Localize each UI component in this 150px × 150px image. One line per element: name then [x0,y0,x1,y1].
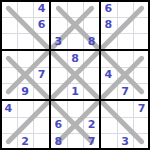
cell-r5c9[interactable] [133,67,150,84]
cell-r8c9[interactable] [133,117,150,134]
cell-r4c3[interactable] [33,50,50,67]
cell-r8c6[interactable]: 2 [83,117,100,134]
cell-r7c2[interactable] [17,100,34,117]
cell-r8c5[interactable] [67,117,84,134]
sudoku-cells: 46683887491747622873 [0,0,150,150]
cell-r2c3[interactable]: 6 [33,17,50,34]
cell-r3c7[interactable] [100,33,117,50]
cell-r6c5[interactable]: 1 [67,83,84,100]
cell-r4c6[interactable] [83,50,100,67]
cell-r2c7[interactable]: 8 [100,17,117,34]
cell-r7c5[interactable] [67,100,84,117]
cell-r3c6[interactable]: 8 [83,33,100,50]
cell-r6c2[interactable]: 9 [17,83,34,100]
cell-r8c7[interactable] [100,117,117,134]
cell-r6c3[interactable] [33,83,50,100]
cell-r7c9[interactable]: 7 [133,100,150,117]
cell-r1c4[interactable] [50,0,67,17]
cell-r1c2[interactable] [17,0,34,17]
sudoku-board: 46683887491747622873 [0,0,150,150]
cell-r9c1[interactable] [0,133,17,150]
cell-r5c3[interactable]: 7 [33,67,50,84]
cell-r4c4[interactable] [50,50,67,67]
cell-r9c5[interactable] [67,133,84,150]
cell-r5c4[interactable] [50,67,67,84]
cell-r2c6[interactable] [83,17,100,34]
cell-r6c7[interactable] [100,83,117,100]
cell-r1c6[interactable] [83,0,100,17]
cell-r4c8[interactable] [117,50,134,67]
cell-r1c7[interactable]: 6 [100,0,117,17]
cell-r2c9[interactable] [133,17,150,34]
cell-r4c2[interactable] [17,50,34,67]
cell-r4c1[interactable] [0,50,17,67]
cell-r7c3[interactable] [33,100,50,117]
cell-r6c4[interactable] [50,83,67,100]
cell-r4c9[interactable] [133,50,150,67]
cell-r3c8[interactable] [117,33,134,50]
cell-r1c9[interactable] [133,0,150,17]
cell-r8c8[interactable] [117,117,134,134]
cell-r2c5[interactable] [67,17,84,34]
cell-r9c2[interactable]: 2 [17,133,34,150]
cell-r4c5[interactable]: 8 [67,50,84,67]
cell-r7c1[interactable]: 4 [0,100,17,117]
cell-r8c3[interactable] [33,117,50,134]
cell-r1c5[interactable] [67,0,84,17]
cell-r1c8[interactable] [117,0,134,17]
cell-r9c4[interactable]: 8 [50,133,67,150]
cell-r3c5[interactable] [67,33,84,50]
cell-r2c2[interactable] [17,17,34,34]
cell-r9c3[interactable] [33,133,50,150]
cell-r4c7[interactable] [100,50,117,67]
cell-r9c8[interactable]: 3 [117,133,134,150]
cell-r6c1[interactable] [0,83,17,100]
cell-r2c4[interactable] [50,17,67,34]
cell-r8c2[interactable] [17,117,34,134]
cell-r9c9[interactable] [133,133,150,150]
cell-r6c8[interactable]: 7 [117,83,134,100]
cell-r3c1[interactable] [0,33,17,50]
cell-r7c6[interactable] [83,100,100,117]
cell-r9c6[interactable]: 7 [83,133,100,150]
cell-r3c4[interactable]: 3 [50,33,67,50]
cell-r5c7[interactable]: 4 [100,67,117,84]
cell-r6c6[interactable] [83,83,100,100]
cell-r1c3[interactable]: 4 [33,0,50,17]
cell-r5c2[interactable] [17,67,34,84]
cell-r6c9[interactable] [133,83,150,100]
cell-r7c7[interactable] [100,100,117,117]
cell-r5c5[interactable] [67,67,84,84]
cell-r3c9[interactable] [133,33,150,50]
cell-r7c4[interactable] [50,100,67,117]
cell-r1c1[interactable] [0,0,17,17]
cell-r7c8[interactable] [117,100,134,117]
cell-r2c1[interactable] [0,17,17,34]
cell-r8c4[interactable]: 6 [50,117,67,134]
cell-r5c6[interactable] [83,67,100,84]
cell-r9c7[interactable] [100,133,117,150]
cell-r5c8[interactable] [117,67,134,84]
cell-r3c2[interactable] [17,33,34,50]
cell-r2c8[interactable] [117,17,134,34]
cell-r3c3[interactable] [33,33,50,50]
cell-r8c1[interactable] [0,117,17,134]
cell-r5c1[interactable] [0,67,17,84]
